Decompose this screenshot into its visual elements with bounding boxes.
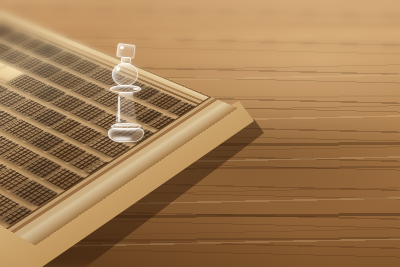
king-base — [108, 128, 144, 142]
king-head-bulb — [112, 63, 138, 86]
chess-piece-glass-king — [106, 44, 146, 142]
king-body — [114, 92, 138, 126]
king-collar — [110, 85, 141, 93]
photo-scene: A clear glass chess king standing on a w… — [0, 0, 400, 267]
